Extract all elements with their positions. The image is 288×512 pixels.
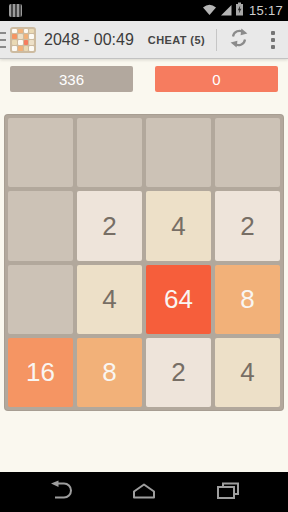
cheat-button[interactable]: CHEAT (5) bbox=[144, 34, 209, 46]
tile-16: 16 bbox=[8, 338, 73, 407]
score-box: 336 bbox=[10, 66, 133, 92]
board[interactable]: 242464816824 bbox=[4, 114, 284, 411]
empty-cell bbox=[77, 118, 142, 187]
back-icon bbox=[47, 480, 74, 504]
home-icon bbox=[131, 481, 157, 503]
app-bar: 2048 - 00:49 CHEAT (5) bbox=[0, 21, 288, 58]
phone-screen: 15:17 2048 - 00:49 CHEAT (5) 336 0 bbox=[0, 0, 288, 512]
home-button[interactable] bbox=[120, 472, 168, 512]
refresh-icon bbox=[228, 27, 250, 53]
overflow-menu-button[interactable] bbox=[258, 25, 288, 55]
status-bar-right: 15:17 bbox=[202, 2, 283, 20]
tile-8: 8 bbox=[215, 265, 280, 334]
drawer-handle-icon[interactable] bbox=[0, 32, 6, 48]
empty-cell bbox=[146, 118, 211, 187]
signal-icon bbox=[220, 2, 232, 20]
score-value: 336 bbox=[59, 71, 84, 88]
clock: 15:17 bbox=[249, 3, 283, 18]
navigation-bar bbox=[0, 472, 288, 512]
status-bar: 15:17 bbox=[0, 0, 288, 21]
secondary-score-box: 0 bbox=[155, 66, 278, 92]
tile-8: 8 bbox=[77, 338, 142, 407]
app-logo-icon bbox=[10, 27, 36, 53]
tile-2: 2 bbox=[77, 191, 142, 260]
battery-charging-icon bbox=[235, 2, 244, 20]
wifi-icon bbox=[202, 2, 217, 20]
tile-2: 2 bbox=[215, 191, 280, 260]
app-title: 2048 - 00:49 bbox=[44, 31, 134, 49]
back-button[interactable] bbox=[36, 472, 84, 512]
empty-cell bbox=[8, 265, 73, 334]
tile-4: 4 bbox=[215, 338, 280, 407]
toolbar-divider bbox=[216, 29, 217, 51]
tile-4: 4 bbox=[146, 191, 211, 260]
empty-cell bbox=[215, 118, 280, 187]
restart-button[interactable] bbox=[226, 27, 252, 53]
empty-cell bbox=[8, 191, 73, 260]
empty-cell bbox=[8, 118, 73, 187]
secondary-score-value: 0 bbox=[212, 71, 220, 88]
tile-2: 2 bbox=[146, 338, 211, 407]
recents-icon bbox=[215, 481, 241, 504]
tile-4: 4 bbox=[77, 265, 142, 334]
tile-64: 64 bbox=[146, 265, 211, 334]
recents-button[interactable] bbox=[204, 472, 252, 512]
app-notification-icon bbox=[9, 4, 22, 17]
